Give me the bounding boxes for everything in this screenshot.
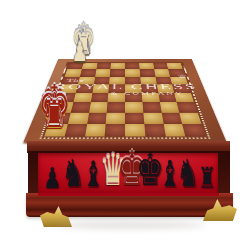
watermark-company: & COMPANY bbox=[51, 91, 184, 95]
board-wood-frame: ♕ The ROYAL CHESS & COMPANY bbox=[23, 59, 227, 143]
board-square[interactable] bbox=[110, 69, 125, 76]
board-square[interactable] bbox=[125, 77, 141, 85]
board-square[interactable] bbox=[44, 124, 67, 137]
board-square[interactable] bbox=[56, 93, 76, 102]
board-square[interactable] bbox=[155, 77, 172, 85]
board-square[interactable] bbox=[143, 112, 163, 123]
chess-piece-silver-p[interactable]: ♟ bbox=[72, 40, 87, 66]
board-square[interactable] bbox=[52, 102, 73, 112]
chess-piece-silver-b[interactable]: ♝ bbox=[73, 23, 94, 59]
board-square[interactable] bbox=[82, 63, 98, 70]
chess-piece-red-p[interactable]: ♟ bbox=[49, 88, 67, 119]
chess-piece-red-p[interactable]: ♟ bbox=[49, 88, 67, 119]
brand-watermark: ♕ The ROYAL CHESS & COMPANY bbox=[51, 78, 199, 95]
chess-piece-red-p[interactable]: ♟ bbox=[49, 88, 67, 119]
chess-piece-red-b[interactable]: ♝ bbox=[40, 87, 68, 135]
board-square[interactable] bbox=[95, 69, 111, 76]
chess-piece-silver-p[interactable]: ♟ bbox=[72, 40, 87, 66]
open-drawer[interactable]: ♟♞♝♛♚♚♝♞♜ bbox=[28, 151, 230, 197]
drawer-piece-black-pawn[interactable]: ♟ bbox=[43, 163, 61, 192]
chess-piece-red-p[interactable]: ♟ bbox=[49, 88, 67, 119]
chess-piece-red-r[interactable]: ♜ bbox=[43, 95, 66, 135]
board-square[interactable] bbox=[68, 112, 89, 123]
chess-piece-red-r[interactable]: ♜ bbox=[43, 95, 66, 135]
crown-icon: ♕ bbox=[176, 74, 188, 79]
board-square[interactable] bbox=[154, 69, 170, 76]
board-square[interactable] bbox=[67, 63, 83, 70]
board-square[interactable] bbox=[65, 69, 82, 76]
chess-piece-silver-p[interactable]: ♟ bbox=[72, 40, 87, 66]
board-square[interactable] bbox=[73, 93, 92, 102]
board-square[interactable] bbox=[109, 77, 125, 85]
board-square[interactable] bbox=[144, 124, 165, 137]
chess-piece-silver-p[interactable]: ♟ bbox=[72, 40, 87, 66]
board-square[interactable] bbox=[87, 112, 107, 123]
board-square[interactable] bbox=[62, 77, 80, 85]
chess-set-photo: ♕ The ROYAL CHESS & COMPANY ♜♞♝♛♚♝♞♜♟♟♟♟… bbox=[0, 0, 250, 250]
chess-piece-red-p[interactable]: ♟ bbox=[49, 88, 67, 119]
board-square[interactable] bbox=[140, 77, 156, 85]
board-square[interactable] bbox=[168, 69, 185, 76]
board-square[interactable] bbox=[156, 84, 174, 92]
board-square[interactable] bbox=[142, 102, 161, 112]
board-squares bbox=[44, 63, 206, 137]
chess-piece-silver-p[interactable]: ♟ bbox=[72, 40, 87, 66]
board-square[interactable] bbox=[80, 69, 96, 76]
chess-piece-silver-b[interactable]: ♝ bbox=[73, 23, 94, 59]
board-square[interactable] bbox=[94, 77, 110, 85]
board-square[interactable] bbox=[89, 102, 108, 112]
chess-piece-silver-n[interactable]: ♞ bbox=[74, 25, 94, 59]
watermark-title: ROYAL CHESS bbox=[53, 83, 197, 91]
board-square[interactable] bbox=[76, 84, 94, 92]
board-inlay-border bbox=[40, 62, 211, 139]
watermark-the: The bbox=[67, 78, 194, 82]
board-square[interactable] bbox=[59, 84, 78, 92]
board-square[interactable] bbox=[111, 63, 125, 70]
ground-shadow bbox=[55, 221, 205, 229]
chess-piece-red-p[interactable]: ♟ bbox=[49, 88, 67, 119]
board-square[interactable] bbox=[106, 112, 125, 123]
chess-board: ♕ The ROYAL CHESS & COMPANY bbox=[23, 0, 227, 143]
chess-piece-red-p[interactable]: ♟ bbox=[49, 88, 67, 119]
chess-piece-silver-p[interactable]: ♟ bbox=[72, 40, 87, 66]
chess-piece-silver-n[interactable]: ♞ bbox=[74, 25, 94, 59]
board-square[interactable] bbox=[125, 69, 140, 76]
chess-piece-red-k[interactable]: ♚ bbox=[38, 78, 71, 135]
board-square[interactable] bbox=[167, 63, 183, 70]
board-square[interactable] bbox=[108, 93, 125, 102]
board-square[interactable] bbox=[109, 84, 125, 92]
chess-piece-red-n[interactable]: ♞ bbox=[41, 89, 68, 136]
board-square[interactable] bbox=[139, 63, 154, 70]
board-square[interactable] bbox=[161, 112, 182, 123]
chess-piece-red-p[interactable]: ♟ bbox=[49, 88, 67, 119]
drawer-piece-black-knight[interactable]: ♞ bbox=[61, 154, 84, 192]
board-square[interactable] bbox=[179, 112, 201, 123]
board-square[interactable] bbox=[105, 124, 125, 137]
board-square[interactable] bbox=[163, 124, 185, 137]
board-square[interactable] bbox=[172, 84, 191, 92]
board-square[interactable] bbox=[153, 63, 169, 70]
board-square[interactable] bbox=[64, 124, 86, 137]
chess-piece-red-n[interactable]: ♞ bbox=[41, 89, 68, 136]
drawer-felt: ♟♞♝♛♚♚♝♞♜ bbox=[38, 153, 218, 194]
board-square[interactable] bbox=[141, 93, 159, 102]
drawer-piece-black-rook[interactable]: ♜ bbox=[198, 163, 216, 192]
chess-piece-silver-q[interactable]: ♛ bbox=[72, 20, 94, 59]
chess-piece-silver-p[interactable]: ♟ bbox=[72, 40, 87, 66]
board-square[interactable] bbox=[174, 93, 194, 102]
board-square[interactable] bbox=[125, 84, 141, 92]
chess-piece-silver-r[interactable]: ♜ bbox=[75, 30, 92, 59]
board-square[interactable] bbox=[125, 102, 143, 112]
chess-piece-silver-p[interactable]: ♟ bbox=[72, 40, 87, 66]
chess-piece-silver-k[interactable]: ♚ bbox=[71, 17, 95, 59]
board-square[interactable] bbox=[107, 102, 125, 112]
board-square[interactable] bbox=[78, 77, 95, 85]
chess-piece-silver-r[interactable]: ♜ bbox=[75, 30, 92, 59]
board-square[interactable] bbox=[90, 93, 108, 102]
board-square[interactable] bbox=[71, 102, 91, 112]
board-square[interactable] bbox=[49, 112, 71, 123]
board-square[interactable] bbox=[125, 124, 145, 137]
drawer-felt-lip bbox=[38, 193, 219, 196]
board-square[interactable] bbox=[158, 93, 177, 102]
board-square[interactable] bbox=[96, 63, 111, 70]
board-square[interactable] bbox=[125, 93, 142, 102]
board-square[interactable] bbox=[139, 69, 155, 76]
board-square[interactable] bbox=[177, 102, 198, 112]
board-square[interactable] bbox=[125, 63, 139, 70]
chess-piece-red-q[interactable]: ♛ bbox=[39, 81, 70, 135]
board-square[interactable] bbox=[125, 112, 144, 123]
board-square[interactable] bbox=[85, 124, 106, 137]
chess-piece-red-b[interactable]: ♝ bbox=[40, 87, 68, 135]
drawer-piece-black-knight[interactable]: ♞ bbox=[176, 154, 199, 192]
board-square[interactable] bbox=[92, 84, 109, 92]
board-square[interactable] bbox=[160, 102, 180, 112]
board-square[interactable] bbox=[182, 124, 205, 137]
board-square[interactable] bbox=[141, 84, 158, 92]
board-square[interactable] bbox=[170, 77, 188, 85]
